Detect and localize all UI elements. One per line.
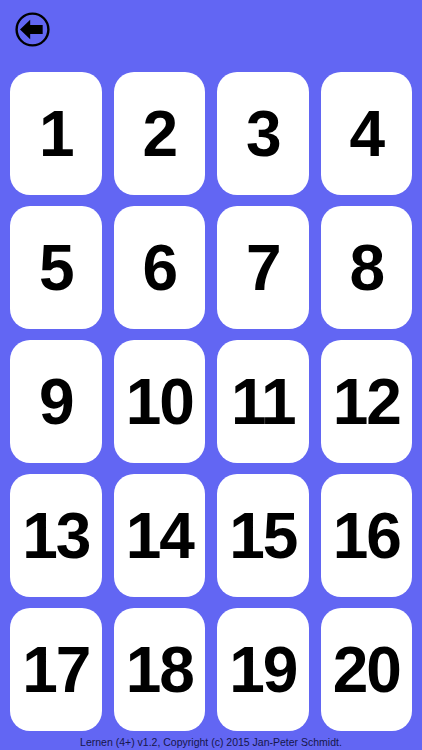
number-button-20[interactable]: 20 xyxy=(321,608,413,731)
number-button-17[interactable]: 17 xyxy=(10,608,102,731)
number-button-12[interactable]: 12 xyxy=(321,340,413,463)
back-button[interactable] xyxy=(14,11,51,48)
number-button-10[interactable]: 10 xyxy=(114,340,206,463)
number-button-9[interactable]: 9 xyxy=(10,340,102,463)
number-button-4[interactable]: 4 xyxy=(321,72,413,195)
number-button-1[interactable]: 1 xyxy=(10,72,102,195)
number-button-6[interactable]: 6 xyxy=(114,206,206,329)
number-button-16[interactable]: 16 xyxy=(321,474,413,597)
number-button-8[interactable]: 8 xyxy=(321,206,413,329)
number-grid: 1234567891011121314151617181920 xyxy=(0,72,422,731)
arrow-left-circle-icon xyxy=(14,11,51,48)
number-button-14[interactable]: 14 xyxy=(114,474,206,597)
number-button-13[interactable]: 13 xyxy=(10,474,102,597)
number-button-2[interactable]: 2 xyxy=(114,72,206,195)
number-button-15[interactable]: 15 xyxy=(217,474,309,597)
number-button-7[interactable]: 7 xyxy=(217,206,309,329)
number-button-3[interactable]: 3 xyxy=(217,72,309,195)
number-button-5[interactable]: 5 xyxy=(10,206,102,329)
number-button-19[interactable]: 19 xyxy=(217,608,309,731)
number-button-11[interactable]: 11 xyxy=(217,340,309,463)
copyright-text: Lernen (4+) v1.2, Copyright (c) 2015 Jan… xyxy=(0,736,422,748)
number-button-18[interactable]: 18 xyxy=(114,608,206,731)
